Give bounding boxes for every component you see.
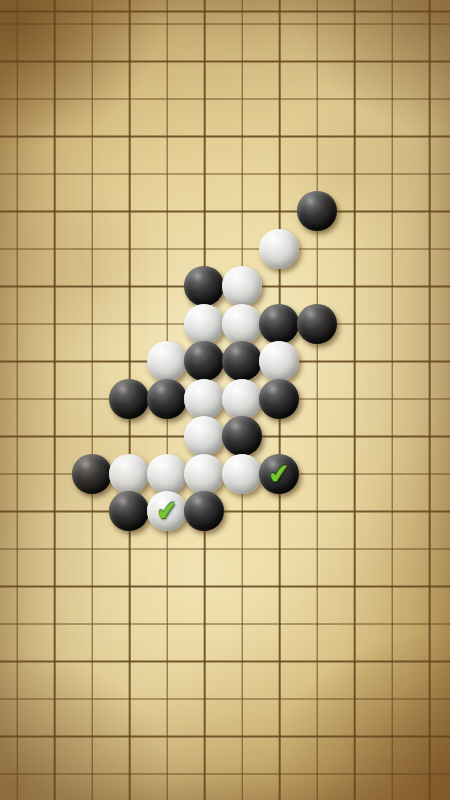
black-stone [297, 191, 337, 231]
intersection-6-9 [223, 342, 261, 380]
intersection-6-8 [223, 305, 261, 343]
white-stone [184, 304, 224, 344]
intersection-7-9 [260, 342, 298, 380]
intersection-6-11 [223, 417, 261, 455]
black-stone [184, 341, 224, 381]
white-stone [184, 454, 224, 494]
intersection-8-5 [298, 192, 336, 230]
white-stone [259, 229, 299, 269]
intersection-3-12 [110, 455, 148, 493]
black-stone [222, 341, 262, 381]
intersection-7-12: ✔ [260, 455, 298, 493]
white-stone [184, 379, 224, 419]
intersection-7-6 [260, 230, 298, 268]
board[interactable]: ✔✔ [0, 0, 450, 800]
intersection-4-12 [148, 455, 186, 493]
intersection-4-10 [148, 380, 186, 418]
black-stone [109, 379, 149, 419]
intersection-7-8 [260, 305, 298, 343]
intersection-2-12 [73, 455, 111, 493]
black-stone [297, 304, 337, 344]
intersection-6-12 [223, 455, 261, 493]
intersection-5-8 [185, 305, 223, 343]
intersection-7-10 [260, 380, 298, 418]
white-stone: ✔ [147, 491, 187, 531]
white-stone [147, 454, 187, 494]
gomoku-game-screen: ✔✔ [0, 0, 450, 800]
intersection-5-13 [185, 492, 223, 530]
intersection-5-7 [185, 267, 223, 305]
white-stone [222, 266, 262, 306]
intersection-4-13: ✔ [148, 492, 186, 530]
intersection-5-11 [185, 417, 223, 455]
black-stone: ✔ [259, 454, 299, 494]
white-stone [222, 379, 262, 419]
white-stone [222, 454, 262, 494]
black-stone [222, 416, 262, 456]
black-stone [259, 379, 299, 419]
intersection-6-10 [223, 380, 261, 418]
intersection-4-9 [148, 342, 186, 380]
intersection-5-9 [185, 342, 223, 380]
intersection-8-8 [298, 305, 336, 343]
black-stone [147, 379, 187, 419]
white-stone [109, 454, 149, 494]
black-stone [72, 454, 112, 494]
intersection-5-10 [185, 380, 223, 418]
intersection-3-13 [110, 492, 148, 530]
last-move-check-icon: ✔ [267, 459, 292, 488]
intersection-6-7 [223, 267, 261, 305]
black-stone [259, 304, 299, 344]
intersection-3-10 [110, 380, 148, 418]
black-stone [109, 491, 149, 531]
stones-layer: ✔✔ [0, 5, 448, 793]
intersection-5-12 [185, 455, 223, 493]
white-stone [222, 304, 262, 344]
white-stone [259, 341, 299, 381]
white-stone [147, 341, 187, 381]
black-stone [184, 491, 224, 531]
black-stone [184, 266, 224, 306]
last-move-check-icon: ✔ [154, 496, 179, 525]
white-stone [184, 416, 224, 456]
